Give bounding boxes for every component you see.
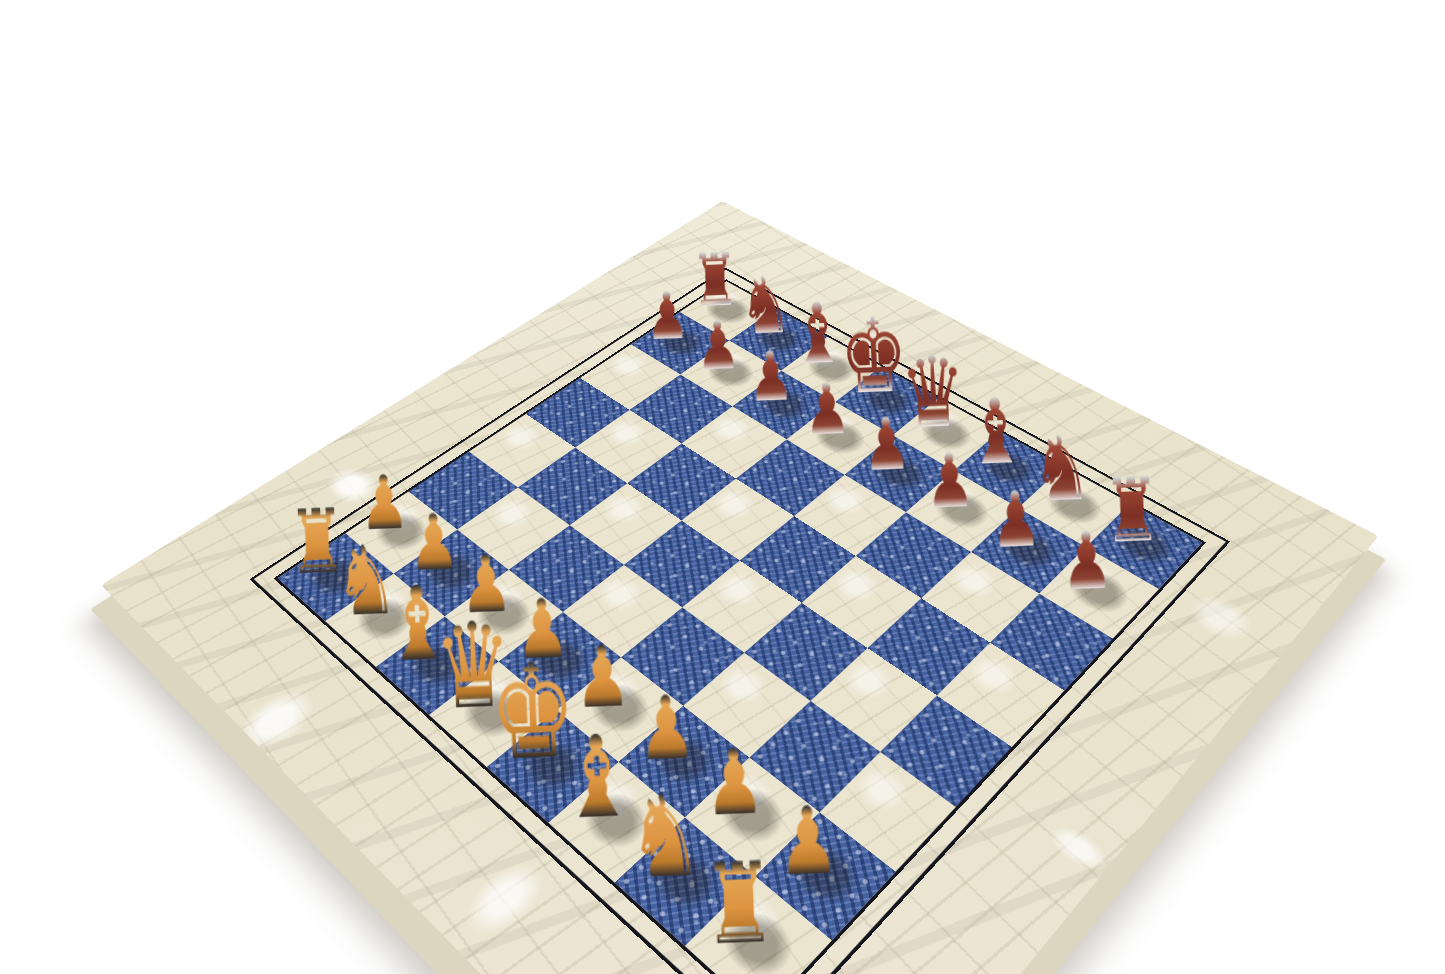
piece-white-pawn[interactable]: ♟: [572, 634, 631, 720]
piece-white-pawn[interactable]: ♟: [703, 737, 766, 830]
piece-black-knight[interactable]: ♞: [737, 265, 792, 346]
piece-black-pawn[interactable]: ♟: [644, 283, 689, 350]
piece-white-pawn[interactable]: ♟: [775, 794, 840, 890]
chess-board: ♜♞♝♚♛♝♞♜♟♟♟♟♟♟♟♟♟♟♟♟♟♟♟♟♜♞♝♛♚♝♞♜: [101, 201, 1379, 974]
perspective-wrapper: ♜♞♝♚♛♝♞♜♟♟♟♟♟♟♟♟♟♟♟♟♟♟♟♟♜♞♝♛♚♝♞♜: [0, 0, 1445, 974]
board-tilt-wrapper: ♜♞♝♚♛♝♞♜♟♟♟♟♟♟♟♟♟♟♟♟♟♟♟♟♜♞♝♛♚♝♞♜: [0, 0, 1445, 974]
piece-black-pawn[interactable]: ♟: [747, 342, 795, 412]
piece-white-pawn[interactable]: ♟: [635, 684, 696, 773]
piece-black-pawn[interactable]: ♟: [1059, 521, 1114, 602]
piece-black-pawn[interactable]: ♟: [923, 443, 975, 519]
piece-white-bishop[interactable]: ♝: [557, 719, 636, 835]
piece-black-pawn[interactable]: ♟: [989, 481, 1043, 560]
piece-black-pawn[interactable]: ♟: [861, 408, 911, 482]
product-photo-canvas: ♜♞♝♚♛♝♞♜♟♟♟♟♟♟♟♟♟♟♟♟♟♟♟♟♜♞♝♛♚♝♞♜: [0, 0, 1445, 974]
piece-white-rook[interactable]: ♜: [700, 847, 778, 961]
piece-black-pawn[interactable]: ♟: [694, 312, 740, 380]
piece-black-pawn[interactable]: ♟: [802, 374, 851, 446]
piece-white-knight[interactable]: ♞: [625, 779, 704, 896]
